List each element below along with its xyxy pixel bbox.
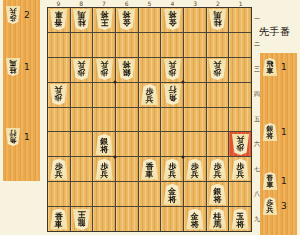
file-label: 6 xyxy=(115,0,138,7)
piece-kanji: 兵 xyxy=(77,60,85,68)
piece-角行-gote[interactable]: 角行 xyxy=(5,128,21,146)
piece-kanji: 歩 xyxy=(168,68,176,76)
board-square-1一[interactable] xyxy=(229,8,251,32)
board-square-5四[interactable]: 歩兵 xyxy=(139,83,161,107)
piece-銀将-sente[interactable]: 銀将 xyxy=(95,134,114,155)
board-square-3八[interactable] xyxy=(184,182,206,206)
piece-歩兵-gote[interactable]: 歩兵 xyxy=(231,134,250,155)
board-square-4八[interactable]: 金将 xyxy=(161,182,183,206)
board-square-1七[interactable]: 歩兵 xyxy=(229,157,251,181)
board-square-9四[interactable]: 歩兵 xyxy=(48,83,70,107)
piece-kanji: 車 xyxy=(55,221,63,229)
file-label: 7 xyxy=(93,0,116,7)
piece-金将-sente[interactable]: 金将 xyxy=(163,184,182,205)
board-square-6三[interactable]: 銀将 xyxy=(116,58,138,82)
piece-歩兵-sente[interactable]: 歩兵 xyxy=(49,159,68,180)
piece-kanji: 銀 xyxy=(123,68,131,76)
board-square-2九[interactable]: 桂馬 xyxy=(207,207,229,231)
board-square-4五[interactable] xyxy=(161,108,183,132)
piece-金将-gote[interactable]: 金将 xyxy=(163,9,182,30)
file-label: 1 xyxy=(229,0,252,7)
piece-桂馬-gote[interactable]: 桂馬 xyxy=(72,9,91,30)
piece-kanji: 将 xyxy=(123,10,131,18)
board-square-5一[interactable] xyxy=(139,8,161,32)
board-square-2五[interactable] xyxy=(207,108,229,132)
board-square-9六[interactable] xyxy=(48,132,70,156)
captured-entry: 歩兵2 xyxy=(5,6,30,24)
star-point xyxy=(114,156,117,159)
board-square-2四[interactable] xyxy=(207,83,229,107)
turn-indicator: 先手番 xyxy=(259,25,299,39)
piece-歩兵-sente[interactable]: 歩兵 xyxy=(140,84,159,105)
piece-kanji: 車 xyxy=(55,10,63,18)
file-label: 8 xyxy=(70,0,93,7)
board-square-4四[interactable]: 角行 xyxy=(161,83,183,107)
capture-count: 1 xyxy=(281,176,287,186)
piece-龍王-gote[interactable]: 龍王 xyxy=(72,209,91,230)
board-square-8七[interactable] xyxy=(71,157,93,181)
board-square-9八[interactable] xyxy=(48,182,70,206)
board-square-1四[interactable] xyxy=(229,83,251,107)
board-square-2七[interactable]: 歩兵 xyxy=(207,157,229,181)
piece-kanji: 桂 xyxy=(213,18,221,26)
board-square-9三[interactable] xyxy=(48,58,70,82)
board-square-9七[interactable]: 歩兵 xyxy=(48,157,70,181)
piece-kanji: 兵 xyxy=(168,171,176,179)
capture-count: 1 xyxy=(24,62,30,72)
piece-kanji: 馬 xyxy=(77,10,85,18)
board-square-7四[interactable] xyxy=(93,83,115,107)
board-square-1五[interactable] xyxy=(229,108,251,132)
board-square-5三[interactable] xyxy=(139,58,161,82)
piece-kanji: 歩 xyxy=(55,93,63,101)
piece-kanji: 歩 xyxy=(213,68,221,76)
piece-kanji: 兵 xyxy=(267,207,274,214)
piece-kanji: 歩 xyxy=(100,68,108,76)
piece-歩兵-sente[interactable]: 歩兵 xyxy=(95,159,114,180)
piece-kanji: 王 xyxy=(100,18,108,26)
board-square-5八[interactable] xyxy=(139,182,161,206)
piece-kanji: 馬 xyxy=(10,59,17,66)
piece-kanji: 行 xyxy=(168,85,176,93)
captured-entry: 飛車1 xyxy=(262,58,287,76)
board-square-7七[interactable]: 歩兵 xyxy=(93,157,115,181)
file-label: 3 xyxy=(184,0,207,7)
board-square-5九[interactable] xyxy=(139,207,161,231)
capture-count: 2 xyxy=(24,10,30,20)
board-square-7三[interactable]: 歩兵 xyxy=(93,58,115,82)
piece-kanji: 兵 xyxy=(100,171,108,179)
captured-entry: 香車1 xyxy=(262,172,287,190)
piece-kanji: 馬 xyxy=(213,10,221,18)
piece-銀将-sente[interactable]: 銀将 xyxy=(208,184,227,205)
piece-kanji: 将 xyxy=(236,221,244,229)
gote-captured-tray: 歩兵2桂馬1角行1 xyxy=(3,0,40,181)
board-square-9五[interactable] xyxy=(48,108,70,132)
file-label: 4 xyxy=(161,0,184,7)
piece-歩兵-gote[interactable]: 歩兵 xyxy=(5,6,21,24)
piece-桂馬-gote[interactable]: 桂馬 xyxy=(208,9,227,30)
piece-kanji: 歩 xyxy=(236,143,244,151)
piece-kanji: 兵 xyxy=(236,135,244,143)
piece-kanji: 車 xyxy=(145,171,153,179)
piece-銀将-sente[interactable]: 銀将 xyxy=(262,123,278,141)
board-square-4三[interactable]: 歩兵 xyxy=(161,58,183,82)
piece-銀将-gote[interactable]: 銀将 xyxy=(117,59,136,80)
board-square-1三[interactable] xyxy=(229,58,251,82)
piece-桂馬-sente[interactable]: 桂馬 xyxy=(208,209,227,230)
board-square-1九[interactable]: 玉将 xyxy=(229,207,251,231)
piece-kanji: 兵 xyxy=(10,7,17,14)
board-square-6二[interactable] xyxy=(116,33,138,57)
piece-kanji: 将 xyxy=(191,221,199,229)
piece-飛車-sente[interactable]: 飛車 xyxy=(262,58,278,76)
board-square-8二[interactable] xyxy=(71,33,93,57)
board-square-8三[interactable]: 歩兵 xyxy=(71,58,93,82)
piece-kanji: 角 xyxy=(10,136,17,143)
piece-kanji: 行 xyxy=(10,129,17,136)
piece-kanji: 歩 xyxy=(77,68,85,76)
shogi-diagram: 歩兵2桂馬1角行1 987654321 香車桂馬王将金将金将桂馬歩兵歩兵銀将歩兵… xyxy=(0,0,300,235)
board-square-7八[interactable] xyxy=(93,182,115,206)
piece-歩兵-gote[interactable]: 歩兵 xyxy=(49,84,68,105)
piece-歩兵-gote[interactable]: 歩兵 xyxy=(208,59,227,80)
board-square-3七[interactable]: 歩兵 xyxy=(184,157,206,181)
piece-kanji: 将 xyxy=(213,196,221,204)
board-square-5六[interactable] xyxy=(139,132,161,156)
board-square-2一[interactable]: 桂馬 xyxy=(207,8,229,32)
piece-香車-sente[interactable]: 香車 xyxy=(262,172,278,190)
piece-歩兵-sente[interactable]: 歩兵 xyxy=(208,159,227,180)
piece-歩兵-sente[interactable]: 歩兵 xyxy=(262,197,278,215)
piece-kanji: 香 xyxy=(55,18,63,26)
piece-kanji: 兵 xyxy=(168,60,176,68)
board-square-8一[interactable]: 桂馬 xyxy=(71,8,93,32)
capture-count: 1 xyxy=(281,62,287,72)
board-square-8九[interactable]: 龍王 xyxy=(71,207,93,231)
board-square-1二[interactable] xyxy=(229,33,251,57)
sente-captured-tray: 飛車1銀将1香車1歩兵3 xyxy=(260,53,297,235)
file-label: 2 xyxy=(206,0,229,7)
captured-entry: 歩兵3 xyxy=(262,197,287,215)
piece-香車-sente[interactable]: 香車 xyxy=(140,159,159,180)
board-square-2八[interactable]: 銀将 xyxy=(207,182,229,206)
board-square-3二[interactable] xyxy=(184,33,206,57)
piece-金将-sente[interactable]: 金将 xyxy=(185,209,204,230)
piece-歩兵-sente[interactable]: 歩兵 xyxy=(163,159,182,180)
piece-kanji: 将 xyxy=(168,196,176,204)
board-square-8六[interactable] xyxy=(71,132,93,156)
board-square-6五[interactable] xyxy=(116,108,138,132)
piece-金将-gote[interactable]: 金将 xyxy=(117,9,136,30)
piece-kanji: 金 xyxy=(168,18,176,26)
star-point xyxy=(182,156,185,159)
board-square-7一[interactable]: 王将 xyxy=(93,8,115,32)
piece-kanji: 兵 xyxy=(213,60,221,68)
piece-kanji: 車 xyxy=(267,68,274,75)
board-square-4九[interactable] xyxy=(161,207,183,231)
board-square-6六[interactable] xyxy=(116,132,138,156)
board-square-3一[interactable] xyxy=(184,8,206,32)
piece-歩兵-gote[interactable]: 歩兵 xyxy=(72,59,91,80)
captured-entry: 角行1 xyxy=(5,128,30,146)
board-square-4七[interactable]: 歩兵 xyxy=(161,157,183,181)
piece-kanji: 将 xyxy=(123,60,131,68)
board-square-8八[interactable] xyxy=(71,182,93,206)
board-square-6四[interactable] xyxy=(116,83,138,107)
board-square-6八[interactable] xyxy=(116,182,138,206)
piece-歩兵-sente[interactable]: 歩兵 xyxy=(185,159,204,180)
board-square-7九[interactable] xyxy=(93,207,115,231)
board-square-6七[interactable] xyxy=(116,157,138,181)
board-square-3四[interactable] xyxy=(184,83,206,107)
piece-kanji: 王 xyxy=(77,210,85,218)
piece-kanji: 歩 xyxy=(10,14,17,21)
piece-kanji: 将 xyxy=(100,10,108,18)
board-square-3六[interactable] xyxy=(184,132,206,156)
board-square-4二[interactable] xyxy=(161,33,183,57)
file-labels: 987654321 xyxy=(47,0,252,7)
capture-count: 1 xyxy=(281,127,287,137)
capture-count: 1 xyxy=(24,132,30,142)
board-square-8五[interactable] xyxy=(71,108,93,132)
piece-kanji: 馬 xyxy=(213,221,221,229)
piece-kanji: 将 xyxy=(267,133,274,140)
piece-kanji: 兵 xyxy=(236,171,244,179)
file-label: 9 xyxy=(47,0,70,7)
board-square-5七[interactable]: 香車 xyxy=(139,157,161,181)
piece-角行-gote[interactable]: 角行 xyxy=(163,84,182,105)
board-square-1八[interactable] xyxy=(229,182,251,206)
board-square-5二[interactable] xyxy=(139,33,161,57)
board-square-3五[interactable] xyxy=(184,108,206,132)
board-square-2三[interactable]: 歩兵 xyxy=(207,58,229,82)
board-square-5五[interactable] xyxy=(139,108,161,132)
shogi-board: 香車桂馬王将金将金将桂馬歩兵歩兵銀将歩兵歩兵歩兵歩兵角行銀将歩兵歩兵歩兵香車歩兵… xyxy=(47,7,252,232)
board-square-6一[interactable]: 金将 xyxy=(116,8,138,32)
piece-kanji: 将 xyxy=(168,10,176,18)
board-square-3三[interactable] xyxy=(184,58,206,82)
board-square-2二[interactable] xyxy=(207,33,229,57)
board-square-2六[interactable] xyxy=(207,132,229,156)
piece-王将-gote[interactable]: 王将 xyxy=(95,9,114,30)
piece-香車-gote[interactable]: 香車 xyxy=(49,9,68,30)
board-square-7五[interactable] xyxy=(93,108,115,132)
board-square-9二[interactable] xyxy=(48,33,70,57)
piece-歩兵-gote[interactable]: 歩兵 xyxy=(163,59,182,80)
piece-kanji: 兵 xyxy=(213,171,221,179)
piece-kanji: 兵 xyxy=(191,171,199,179)
piece-kanji: 将 xyxy=(100,146,108,154)
captured-entry: 銀将1 xyxy=(262,123,287,141)
board-square-4六[interactable] xyxy=(161,132,183,156)
board-square-4一[interactable]: 金将 xyxy=(161,8,183,32)
piece-歩兵-gote[interactable]: 歩兵 xyxy=(95,59,114,80)
piece-kanji: 金 xyxy=(123,18,131,26)
board-square-7六[interactable]: 銀将 xyxy=(93,132,115,156)
piece-香車-sente[interactable]: 香車 xyxy=(49,209,68,230)
star-point xyxy=(182,81,185,84)
piece-玉将-sente[interactable]: 玉将 xyxy=(231,209,250,230)
capture-count: 3 xyxy=(281,201,287,211)
board-square-8四[interactable] xyxy=(71,83,93,107)
board-square-6九[interactable] xyxy=(116,207,138,231)
captured-entry: 桂馬1 xyxy=(5,58,30,76)
piece-kanji: 車 xyxy=(267,182,274,189)
piece-kanji: 兵 xyxy=(55,85,63,93)
board-square-9九[interactable]: 香車 xyxy=(48,207,70,231)
piece-kanji: 兵 xyxy=(145,96,153,104)
piece-kanji: 角 xyxy=(168,93,176,101)
board-square-1六[interactable]: 歩兵 xyxy=(229,132,251,156)
piece-kanji: 桂 xyxy=(10,66,17,73)
piece-歩兵-sente[interactable]: 歩兵 xyxy=(231,159,250,180)
board-square-3九[interactable]: 金将 xyxy=(184,207,206,231)
piece-kanji: 兵 xyxy=(100,60,108,68)
file-label: 5 xyxy=(138,0,161,7)
star-point xyxy=(114,81,117,84)
piece-桂馬-gote[interactable]: 桂馬 xyxy=(5,58,21,76)
board-square-7二[interactable] xyxy=(93,33,115,57)
board-square-9一[interactable]: 香車 xyxy=(48,8,70,32)
piece-kanji: 兵 xyxy=(55,171,63,179)
piece-kanji: 桂 xyxy=(77,18,85,26)
